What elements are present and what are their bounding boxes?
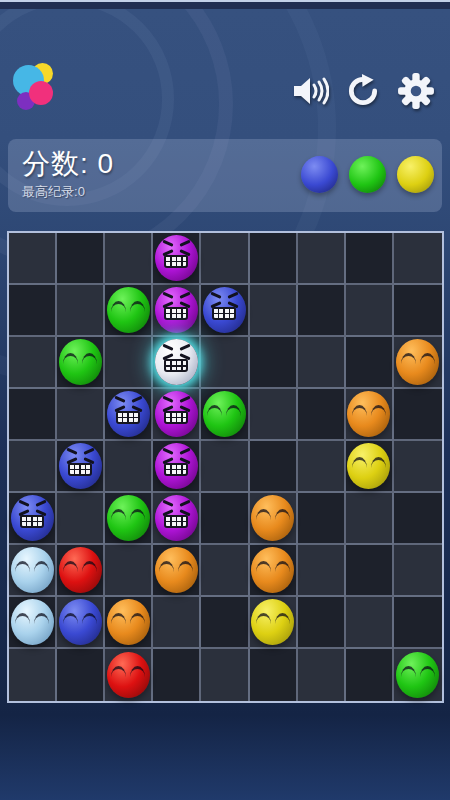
board-cell-r9c6[interactable] xyxy=(250,649,298,701)
sleepy-eyes-icon xyxy=(207,405,241,416)
sleepy-eyes-icon xyxy=(15,561,49,572)
board-cell-r8c9[interactable] xyxy=(394,597,442,649)
refresh-icon xyxy=(346,74,380,108)
logo-pink-circle xyxy=(29,81,53,105)
sleepy-eyes-icon xyxy=(111,613,145,624)
board-cell-r9c2[interactable] xyxy=(57,649,105,701)
ball-white-angry-selected[interactable] xyxy=(155,339,198,385)
sleepy-eyes-icon xyxy=(111,666,145,677)
board-cell-r3c3[interactable] xyxy=(105,337,153,389)
teeth-mouth-icon xyxy=(164,411,188,424)
ball-blue-angry[interactable] xyxy=(11,495,54,541)
sleepy-eyes-icon xyxy=(352,457,386,468)
board-cell-r4c8[interactable] xyxy=(346,389,394,441)
board-cell-r1c2[interactable] xyxy=(57,233,105,285)
teeth-mouth-icon xyxy=(116,411,140,424)
board-cell-r5c4[interactable] xyxy=(153,441,201,493)
ball-blue-sleepy[interactable] xyxy=(59,599,102,645)
ball-blue-angry[interactable] xyxy=(107,391,150,437)
ball-green-sleepy[interactable] xyxy=(107,495,150,541)
angry-eyes-icon xyxy=(161,451,192,462)
ball-blue-angry[interactable] xyxy=(59,443,102,489)
speaker-icon xyxy=(291,75,329,107)
board-cell-r5c9[interactable] xyxy=(394,441,442,493)
board-cell-r4c2[interactable] xyxy=(57,389,105,441)
angry-eyes-icon xyxy=(161,399,192,410)
board-cell-r5c6[interactable] xyxy=(250,441,298,493)
board-cell-r3c5[interactable] xyxy=(201,337,249,389)
score-label: 分数: xyxy=(22,148,89,179)
next-ball-yellow xyxy=(397,156,434,193)
ball-orange-sleepy[interactable] xyxy=(347,391,390,437)
board-cell-r2c8[interactable] xyxy=(346,285,394,337)
ball-purple-angry[interactable] xyxy=(155,495,198,541)
score-value: 0 xyxy=(89,148,114,179)
board-cell-r7c6[interactable] xyxy=(250,545,298,597)
ball-red-sleepy[interactable] xyxy=(107,652,150,698)
board-cell-r2c3[interactable] xyxy=(105,285,153,337)
board-cell-r3c7[interactable] xyxy=(298,337,346,389)
ball-orange-sleepy[interactable] xyxy=(107,599,150,645)
board-cell-r3c2[interactable] xyxy=(57,337,105,389)
angry-eyes-icon xyxy=(113,399,144,410)
ball-purple-angry[interactable] xyxy=(155,287,198,333)
ball-yellow-sleepy[interactable] xyxy=(251,599,294,645)
ball-green-sleepy[interactable] xyxy=(59,339,102,385)
board-cell-r2c9[interactable] xyxy=(394,285,442,337)
board-cell-r4c6[interactable] xyxy=(250,389,298,441)
teeth-mouth-icon xyxy=(212,307,236,320)
ball-orange-sleepy[interactable] xyxy=(396,339,439,385)
score-panel: 分数: 0 最高纪录:0 xyxy=(8,139,442,212)
sleepy-eyes-icon xyxy=(352,405,386,416)
board-cell-r9c9[interactable] xyxy=(394,649,442,701)
board-cell-r6c2[interactable] xyxy=(57,493,105,545)
board-cell-r4c7[interactable] xyxy=(298,389,346,441)
angry-eyes-icon xyxy=(161,347,192,358)
board-cell-r5c8[interactable] xyxy=(346,441,394,493)
board-cell-r5c7[interactable] xyxy=(298,441,346,493)
board-cell-r9c3[interactable] xyxy=(105,649,153,701)
board-cell-r7c8[interactable] xyxy=(346,545,394,597)
board-cell-r1c5[interactable] xyxy=(201,233,249,285)
board-cell-r1c6[interactable] xyxy=(250,233,298,285)
high-score-label: 最高纪录: xyxy=(22,184,78,199)
board-cell-r3c1[interactable] xyxy=(9,337,57,389)
gear-icon xyxy=(397,72,435,110)
ball-green-sleepy[interactable] xyxy=(203,391,246,437)
board-grid xyxy=(7,231,444,703)
angry-eyes-icon xyxy=(161,503,192,514)
board-cell-r7c1[interactable] xyxy=(9,545,57,597)
next-balls-tray xyxy=(301,156,434,193)
score-line: 分数: 0 xyxy=(22,145,114,183)
board-cell-r7c4[interactable] xyxy=(153,545,201,597)
angry-eyes-icon xyxy=(209,295,240,306)
ball-purple-angry[interactable] xyxy=(155,443,198,489)
high-score-line: 最高纪录:0 xyxy=(22,183,85,201)
ball-orange-sleepy[interactable] xyxy=(251,495,294,541)
board-cell-r4c9[interactable] xyxy=(394,389,442,441)
board-cell-r4c4[interactable] xyxy=(153,389,201,441)
teeth-mouth-icon xyxy=(164,307,188,320)
board-cell-r1c1[interactable] xyxy=(9,233,57,285)
teeth-mouth-icon xyxy=(164,463,188,476)
sleepy-eyes-icon xyxy=(111,509,145,520)
ball-lightblue-sleepy[interactable] xyxy=(11,599,54,645)
board-cell-r5c2[interactable] xyxy=(57,441,105,493)
board-cell-r3c4[interactable] xyxy=(153,337,201,389)
sleepy-eyes-icon xyxy=(63,561,97,572)
board-cell-r2c7[interactable] xyxy=(298,285,346,337)
angry-eyes-icon xyxy=(161,295,192,306)
board-cell-r5c5[interactable] xyxy=(201,441,249,493)
board-cell-r7c2[interactable] xyxy=(57,545,105,597)
board-cell-r8c4[interactable] xyxy=(153,597,201,649)
board-cell-r1c3[interactable] xyxy=(105,233,153,285)
board-cell-r4c5[interactable] xyxy=(201,389,249,441)
status-bar-strip xyxy=(0,2,450,9)
board-cell-r2c2[interactable] xyxy=(57,285,105,337)
board-cell-r3c6[interactable] xyxy=(250,337,298,389)
board-cell-r9c7[interactable] xyxy=(298,649,346,701)
ball-orange-sleepy[interactable] xyxy=(251,547,294,593)
board-cell-r2c6[interactable] xyxy=(250,285,298,337)
sleepy-eyes-icon xyxy=(401,666,435,677)
ball-lightblue-sleepy[interactable] xyxy=(11,547,54,593)
board-cell-r2c1[interactable] xyxy=(9,285,57,337)
ball-red-sleepy[interactable] xyxy=(59,547,102,593)
settings-button[interactable] xyxy=(396,71,436,111)
board-cell-r4c3[interactable] xyxy=(105,389,153,441)
app-logo xyxy=(13,62,63,114)
board-cell-r8c8[interactable] xyxy=(346,597,394,649)
board-cell-r9c4[interactable] xyxy=(153,649,201,701)
teeth-mouth-icon xyxy=(164,515,188,528)
board-cell-r8c3[interactable] xyxy=(105,597,153,649)
sleepy-eyes-icon xyxy=(159,561,193,572)
board-cell-r7c9[interactable] xyxy=(394,545,442,597)
board-cell-r6c7[interactable] xyxy=(298,493,346,545)
board-cell-r5c3[interactable] xyxy=(105,441,153,493)
board-cell-r9c8[interactable] xyxy=(346,649,394,701)
board-cell-r2c4[interactable] xyxy=(153,285,201,337)
board-cell-r8c7[interactable] xyxy=(298,597,346,649)
board-cell-r8c1[interactable] xyxy=(9,597,57,649)
board-cell-r9c1[interactable] xyxy=(9,649,57,701)
sleepy-eyes-icon xyxy=(63,353,97,364)
teeth-mouth-icon xyxy=(164,255,188,268)
ball-purple-angry[interactable] xyxy=(155,235,198,281)
ball-purple-angry[interactable] xyxy=(155,391,198,437)
board-cell-r6c4[interactable] xyxy=(153,493,201,545)
ball-orange-sleepy[interactable] xyxy=(155,547,198,593)
board-cell-r6c9[interactable] xyxy=(394,493,442,545)
board-cell-r6c1[interactable] xyxy=(9,493,57,545)
angry-eyes-icon xyxy=(161,243,192,254)
teeth-mouth-icon xyxy=(20,515,44,528)
angry-eyes-icon xyxy=(17,503,48,514)
ball-green-sleepy[interactable] xyxy=(396,652,439,698)
ball-green-sleepy[interactable] xyxy=(107,287,150,333)
sleepy-eyes-icon xyxy=(63,613,97,624)
sleepy-eyes-icon xyxy=(256,561,290,572)
ball-yellow-sleepy[interactable] xyxy=(347,443,390,489)
sound-button[interactable] xyxy=(290,71,330,111)
board-cell-r6c3[interactable] xyxy=(105,493,153,545)
board-cell-r3c8[interactable] xyxy=(346,337,394,389)
game-screen: 分数: 0 最高纪录:0 xyxy=(0,0,450,800)
board-cell-r6c5[interactable] xyxy=(201,493,249,545)
board-cell-r6c8[interactable] xyxy=(346,493,394,545)
board-cell-r6c6[interactable] xyxy=(250,493,298,545)
board-cell-r1c4[interactable] xyxy=(153,233,201,285)
sleepy-eyes-icon xyxy=(256,509,290,520)
next-ball-green xyxy=(349,156,386,193)
board-cell-r3c9[interactable] xyxy=(394,337,442,389)
sleepy-eyes-icon xyxy=(401,353,435,364)
board-cell-r4c1[interactable] xyxy=(9,389,57,441)
teeth-mouth-icon xyxy=(164,359,188,372)
board-cell-r8c2[interactable] xyxy=(57,597,105,649)
board-cell-r7c5[interactable] xyxy=(201,545,249,597)
header-toolbar xyxy=(290,71,436,111)
sleepy-eyes-icon xyxy=(256,613,290,624)
teeth-mouth-icon xyxy=(68,463,92,476)
board-cell-r5c1[interactable] xyxy=(9,441,57,493)
board-cell-r7c7[interactable] xyxy=(298,545,346,597)
board-cell-r7c3[interactable] xyxy=(105,545,153,597)
sleepy-eyes-icon xyxy=(15,613,49,624)
ball-blue-angry[interactable] xyxy=(203,287,246,333)
board-cell-r9c5[interactable] xyxy=(201,649,249,701)
board-cell-r1c7[interactable] xyxy=(298,233,346,285)
angry-eyes-icon xyxy=(65,451,96,462)
board-cell-r1c9[interactable] xyxy=(394,233,442,285)
board-cell-r1c8[interactable] xyxy=(346,233,394,285)
board-cell-r8c5[interactable] xyxy=(201,597,249,649)
high-score-value: 0 xyxy=(78,184,85,199)
board-cell-r2c5[interactable] xyxy=(201,285,249,337)
sleepy-eyes-icon xyxy=(111,301,145,312)
next-ball-blue xyxy=(301,156,338,193)
board-cell-r8c6[interactable] xyxy=(250,597,298,649)
restart-button[interactable] xyxy=(343,71,383,111)
